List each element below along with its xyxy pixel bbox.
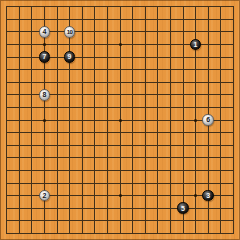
go-board[interactable]: 12345678910 — [0, 0, 240, 240]
stone-white-d12[interactable]: 8 — [39, 89, 51, 101]
stone-black-p3[interactable]: 5 — [177, 202, 189, 214]
stone-black-f15[interactable]: 9 — [64, 51, 76, 63]
stone-white-d17[interactable]: 4 — [39, 26, 51, 38]
stone-black-r4[interactable]: 3 — [202, 190, 214, 202]
stone-white-r10[interactable]: 6 — [202, 114, 214, 126]
stone-black-q16[interactable]: 1 — [190, 39, 202, 51]
stone-white-f17[interactable]: 10 — [64, 26, 76, 38]
stone-black-d15[interactable]: 7 — [39, 51, 51, 63]
stone-white-d4[interactable]: 2 — [39, 190, 51, 202]
stones-grid: 12345678910 — [0, 0, 239, 239]
